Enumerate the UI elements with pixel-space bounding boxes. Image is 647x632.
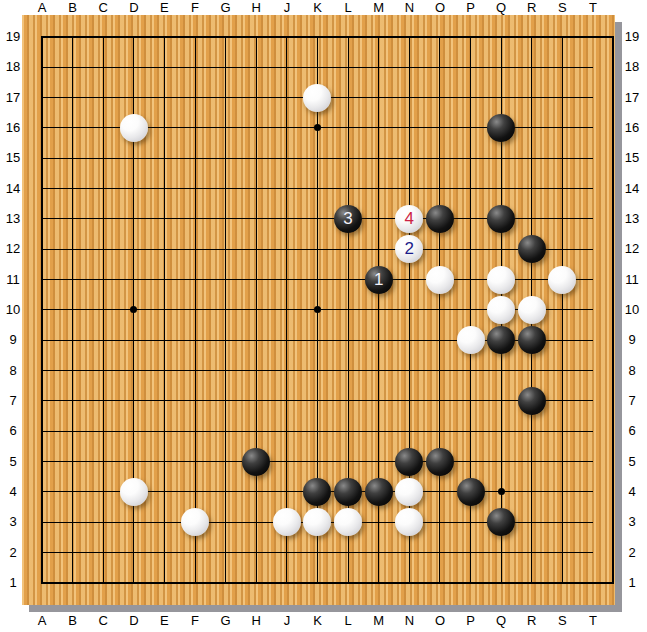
point-S1[interactable] (547, 568, 578, 598)
stone-white-N12[interactable]: 2 (395, 235, 423, 263)
point-K1[interactable] (302, 568, 333, 598)
point-L7[interactable] (333, 386, 364, 416)
point-Q13[interactable] (486, 204, 517, 234)
point-C8[interactable] (88, 355, 119, 385)
point-C7[interactable] (88, 386, 119, 416)
point-B12[interactable] (57, 234, 88, 264)
point-M10[interactable] (363, 295, 394, 325)
point-N16[interactable] (394, 113, 425, 143)
point-N19[interactable] (394, 22, 425, 52)
point-O17[interactable] (425, 82, 456, 112)
point-H8[interactable] (241, 355, 272, 385)
point-L18[interactable] (333, 52, 364, 82)
point-F9[interactable] (180, 325, 211, 355)
point-N5[interactable] (394, 446, 425, 476)
point-N6[interactable] (394, 416, 425, 446)
stone-black-Q13[interactable] (487, 205, 515, 233)
point-M7[interactable] (363, 386, 394, 416)
point-S3[interactable] (547, 507, 578, 537)
stone-black-R9[interactable] (518, 326, 546, 354)
point-K10[interactable] (302, 295, 333, 325)
point-C15[interactable] (88, 143, 119, 173)
point-G19[interactable] (210, 22, 241, 52)
point-Q5[interactable] (486, 446, 517, 476)
point-F17[interactable] (180, 82, 211, 112)
point-K7[interactable] (302, 386, 333, 416)
point-G9[interactable] (210, 325, 241, 355)
point-H10[interactable] (241, 295, 272, 325)
point-G8[interactable] (210, 355, 241, 385)
point-Q14[interactable] (486, 173, 517, 203)
point-M15[interactable] (363, 143, 394, 173)
point-E7[interactable] (149, 386, 180, 416)
point-A14[interactable] (27, 173, 58, 203)
point-A8[interactable] (27, 355, 58, 385)
point-N13[interactable]: 4 (394, 204, 425, 234)
point-A10[interactable] (27, 295, 58, 325)
point-F2[interactable] (180, 537, 211, 567)
point-A15[interactable] (27, 143, 58, 173)
point-O14[interactable] (425, 173, 456, 203)
point-L10[interactable] (333, 295, 364, 325)
point-G14[interactable] (210, 173, 241, 203)
point-L4[interactable] (333, 477, 364, 507)
point-B8[interactable] (57, 355, 88, 385)
point-L6[interactable] (333, 416, 364, 446)
point-G6[interactable] (210, 416, 241, 446)
point-J7[interactable] (272, 386, 303, 416)
point-F5[interactable] (180, 446, 211, 476)
point-B9[interactable] (57, 325, 88, 355)
point-H13[interactable] (241, 204, 272, 234)
point-M16[interactable] (363, 113, 394, 143)
stone-white-N3[interactable] (395, 508, 423, 536)
point-B11[interactable] (57, 264, 88, 294)
point-Q15[interactable] (486, 143, 517, 173)
point-Q6[interactable] (486, 416, 517, 446)
point-T6[interactable] (578, 416, 609, 446)
stone-white-Q10[interactable] (487, 296, 515, 324)
point-A5[interactable] (27, 446, 58, 476)
point-D9[interactable] (119, 325, 150, 355)
point-M3[interactable] (363, 507, 394, 537)
point-E11[interactable] (149, 264, 180, 294)
point-Q11[interactable] (486, 264, 517, 294)
point-L15[interactable] (333, 143, 364, 173)
point-P11[interactable] (455, 264, 486, 294)
point-G1[interactable] (210, 568, 241, 598)
point-T8[interactable] (578, 355, 609, 385)
stone-white-K17[interactable] (303, 84, 331, 112)
stone-black-Q3[interactable] (487, 508, 515, 536)
point-D7[interactable] (119, 386, 150, 416)
point-P19[interactable] (455, 22, 486, 52)
point-S17[interactable] (547, 82, 578, 112)
point-P7[interactable] (455, 386, 486, 416)
point-D3[interactable] (119, 507, 150, 537)
point-D16[interactable] (119, 113, 150, 143)
point-B13[interactable] (57, 204, 88, 234)
point-Q10[interactable] (486, 295, 517, 325)
point-L2[interactable] (333, 537, 364, 567)
point-J14[interactable] (272, 173, 303, 203)
point-L14[interactable] (333, 173, 364, 203)
point-E19[interactable] (149, 22, 180, 52)
point-G11[interactable] (210, 264, 241, 294)
point-J3[interactable] (272, 507, 303, 537)
point-R19[interactable] (516, 22, 547, 52)
point-S11[interactable] (547, 264, 578, 294)
point-J2[interactable] (272, 537, 303, 567)
point-R7[interactable] (516, 386, 547, 416)
point-R6[interactable] (516, 416, 547, 446)
point-R17[interactable] (516, 82, 547, 112)
point-B2[interactable] (57, 537, 88, 567)
point-E18[interactable] (149, 52, 180, 82)
point-S14[interactable] (547, 173, 578, 203)
point-S7[interactable] (547, 386, 578, 416)
point-F14[interactable] (180, 173, 211, 203)
point-T3[interactable] (578, 507, 609, 537)
point-A18[interactable] (27, 52, 58, 82)
point-J18[interactable] (272, 52, 303, 82)
point-E10[interactable] (149, 295, 180, 325)
point-H1[interactable] (241, 568, 272, 598)
stone-black-Q9[interactable] (487, 326, 515, 354)
point-H19[interactable] (241, 22, 272, 52)
point-L16[interactable] (333, 113, 364, 143)
stone-white-L3[interactable] (334, 508, 362, 536)
point-G2[interactable] (210, 537, 241, 567)
point-S5[interactable] (547, 446, 578, 476)
stone-white-O11[interactable] (426, 266, 454, 294)
point-R4[interactable] (516, 477, 547, 507)
point-T19[interactable] (578, 22, 609, 52)
point-C4[interactable] (88, 477, 119, 507)
point-M6[interactable] (363, 416, 394, 446)
point-F12[interactable] (180, 234, 211, 264)
point-O1[interactable] (425, 568, 456, 598)
point-T13[interactable] (578, 204, 609, 234)
stone-black-K4[interactable] (303, 478, 331, 506)
point-D10[interactable] (119, 295, 150, 325)
point-R2[interactable] (516, 537, 547, 567)
point-B4[interactable] (57, 477, 88, 507)
go-board[interactable]: 3421 (22, 15, 615, 605)
point-H16[interactable] (241, 113, 272, 143)
point-N12[interactable]: 2 (394, 234, 425, 264)
point-Q8[interactable] (486, 355, 517, 385)
point-T7[interactable] (578, 386, 609, 416)
point-J1[interactable] (272, 568, 303, 598)
point-R14[interactable] (516, 173, 547, 203)
stone-black-L4[interactable] (334, 478, 362, 506)
point-N3[interactable] (394, 507, 425, 537)
stone-white-S11[interactable] (548, 266, 576, 294)
point-L9[interactable] (333, 325, 364, 355)
point-A3[interactable] (27, 507, 58, 537)
point-A11[interactable] (27, 264, 58, 294)
point-E4[interactable] (149, 477, 180, 507)
point-H6[interactable] (241, 416, 272, 446)
point-N15[interactable] (394, 143, 425, 173)
point-H5[interactable] (241, 446, 272, 476)
point-H4[interactable] (241, 477, 272, 507)
point-D19[interactable] (119, 22, 150, 52)
point-O13[interactable] (425, 204, 456, 234)
point-M1[interactable] (363, 568, 394, 598)
point-A6[interactable] (27, 416, 58, 446)
point-T15[interactable] (578, 143, 609, 173)
point-N18[interactable] (394, 52, 425, 82)
stone-white-J3[interactable] (273, 508, 301, 536)
point-B19[interactable] (57, 22, 88, 52)
point-H15[interactable] (241, 143, 272, 173)
point-C18[interactable] (88, 52, 119, 82)
point-N9[interactable] (394, 325, 425, 355)
point-B18[interactable] (57, 52, 88, 82)
point-K14[interactable] (302, 173, 333, 203)
point-G16[interactable] (210, 113, 241, 143)
point-M5[interactable] (363, 446, 394, 476)
point-N7[interactable] (394, 386, 425, 416)
point-K3[interactable] (302, 507, 333, 537)
point-Q16[interactable] (486, 113, 517, 143)
point-T17[interactable] (578, 82, 609, 112)
point-C12[interactable] (88, 234, 119, 264)
stone-black-N5[interactable] (395, 448, 423, 476)
point-E14[interactable] (149, 173, 180, 203)
point-N4[interactable] (394, 477, 425, 507)
point-P16[interactable] (455, 113, 486, 143)
point-R5[interactable] (516, 446, 547, 476)
point-S4[interactable] (547, 477, 578, 507)
point-A16[interactable] (27, 113, 58, 143)
point-O19[interactable] (425, 22, 456, 52)
point-P18[interactable] (455, 52, 486, 82)
point-T18[interactable] (578, 52, 609, 82)
point-M19[interactable] (363, 22, 394, 52)
point-K13[interactable] (302, 204, 333, 234)
point-K18[interactable] (302, 52, 333, 82)
point-L5[interactable] (333, 446, 364, 476)
point-O18[interactable] (425, 52, 456, 82)
point-M4[interactable] (363, 477, 394, 507)
point-M11[interactable]: 1 (363, 264, 394, 294)
point-R11[interactable] (516, 264, 547, 294)
point-O16[interactable] (425, 113, 456, 143)
point-L19[interactable] (333, 22, 364, 52)
point-N8[interactable] (394, 355, 425, 385)
point-P15[interactable] (455, 143, 486, 173)
point-F1[interactable] (180, 568, 211, 598)
point-M2[interactable] (363, 537, 394, 567)
point-R3[interactable] (516, 507, 547, 537)
point-A13[interactable] (27, 204, 58, 234)
point-P6[interactable] (455, 416, 486, 446)
point-S13[interactable] (547, 204, 578, 234)
point-C5[interactable] (88, 446, 119, 476)
point-S16[interactable] (547, 113, 578, 143)
stone-black-P4[interactable] (457, 478, 485, 506)
point-P13[interactable] (455, 204, 486, 234)
point-D2[interactable] (119, 537, 150, 567)
point-M13[interactable] (363, 204, 394, 234)
point-G4[interactable] (210, 477, 241, 507)
point-O2[interactable] (425, 537, 456, 567)
point-D15[interactable] (119, 143, 150, 173)
point-P3[interactable] (455, 507, 486, 537)
point-J17[interactable] (272, 82, 303, 112)
point-P2[interactable] (455, 537, 486, 567)
point-D12[interactable] (119, 234, 150, 264)
point-J5[interactable] (272, 446, 303, 476)
point-G13[interactable] (210, 204, 241, 234)
point-P10[interactable] (455, 295, 486, 325)
point-O10[interactable] (425, 295, 456, 325)
point-J10[interactable] (272, 295, 303, 325)
point-C13[interactable] (88, 204, 119, 234)
point-H11[interactable] (241, 264, 272, 294)
point-F7[interactable] (180, 386, 211, 416)
point-C19[interactable] (88, 22, 119, 52)
point-Q3[interactable] (486, 507, 517, 537)
point-R12[interactable] (516, 234, 547, 264)
point-G18[interactable] (210, 52, 241, 82)
point-K12[interactable] (302, 234, 333, 264)
point-F18[interactable] (180, 52, 211, 82)
stone-black-M4[interactable] (365, 478, 393, 506)
point-O5[interactable] (425, 446, 456, 476)
point-N1[interactable] (394, 568, 425, 598)
point-T1[interactable] (578, 568, 609, 598)
stone-black-L13[interactable]: 3 (334, 205, 362, 233)
point-A12[interactable] (27, 234, 58, 264)
point-K5[interactable] (302, 446, 333, 476)
point-S6[interactable] (547, 416, 578, 446)
point-K9[interactable] (302, 325, 333, 355)
point-T11[interactable] (578, 264, 609, 294)
point-C16[interactable] (88, 113, 119, 143)
point-F19[interactable] (180, 22, 211, 52)
point-K19[interactable] (302, 22, 333, 52)
point-H14[interactable] (241, 173, 272, 203)
point-B6[interactable] (57, 416, 88, 446)
point-N14[interactable] (394, 173, 425, 203)
point-N17[interactable] (394, 82, 425, 112)
point-O9[interactable] (425, 325, 456, 355)
point-Q2[interactable] (486, 537, 517, 567)
point-F4[interactable] (180, 477, 211, 507)
point-E1[interactable] (149, 568, 180, 598)
stone-black-H5[interactable] (242, 448, 270, 476)
point-P4[interactable] (455, 477, 486, 507)
point-E9[interactable] (149, 325, 180, 355)
point-P9[interactable] (455, 325, 486, 355)
point-K8[interactable] (302, 355, 333, 385)
point-B7[interactable] (57, 386, 88, 416)
point-L13[interactable]: 3 (333, 204, 364, 234)
point-A1[interactable] (27, 568, 58, 598)
point-L11[interactable] (333, 264, 364, 294)
point-O8[interactable] (425, 355, 456, 385)
point-L12[interactable] (333, 234, 364, 264)
point-B15[interactable] (57, 143, 88, 173)
point-R9[interactable] (516, 325, 547, 355)
point-F10[interactable] (180, 295, 211, 325)
point-C10[interactable] (88, 295, 119, 325)
point-P12[interactable] (455, 234, 486, 264)
point-B14[interactable] (57, 173, 88, 203)
point-S9[interactable] (547, 325, 578, 355)
point-P17[interactable] (455, 82, 486, 112)
point-A17[interactable] (27, 82, 58, 112)
stone-white-R10[interactable] (518, 296, 546, 324)
point-J8[interactable] (272, 355, 303, 385)
point-S15[interactable] (547, 143, 578, 173)
point-P1[interactable] (455, 568, 486, 598)
point-H9[interactable] (241, 325, 272, 355)
point-C1[interactable] (88, 568, 119, 598)
point-P5[interactable] (455, 446, 486, 476)
point-T10[interactable] (578, 295, 609, 325)
point-M14[interactable] (363, 173, 394, 203)
point-E6[interactable] (149, 416, 180, 446)
point-S18[interactable] (547, 52, 578, 82)
stone-white-P9[interactable] (457, 326, 485, 354)
stone-black-O13[interactable] (426, 205, 454, 233)
point-B3[interactable] (57, 507, 88, 537)
point-O3[interactable] (425, 507, 456, 537)
point-B10[interactable] (57, 295, 88, 325)
point-D18[interactable] (119, 52, 150, 82)
point-N2[interactable] (394, 537, 425, 567)
point-M17[interactable] (363, 82, 394, 112)
point-Q19[interactable] (486, 22, 517, 52)
point-E17[interactable] (149, 82, 180, 112)
point-F15[interactable] (180, 143, 211, 173)
point-C3[interactable] (88, 507, 119, 537)
point-D6[interactable] (119, 416, 150, 446)
point-C14[interactable] (88, 173, 119, 203)
point-L1[interactable] (333, 568, 364, 598)
point-H17[interactable] (241, 82, 272, 112)
point-D13[interactable] (119, 204, 150, 234)
point-J9[interactable] (272, 325, 303, 355)
point-Q12[interactable] (486, 234, 517, 264)
point-A19[interactable] (27, 22, 58, 52)
point-P14[interactable] (455, 173, 486, 203)
point-B16[interactable] (57, 113, 88, 143)
point-O7[interactable] (425, 386, 456, 416)
point-S10[interactable] (547, 295, 578, 325)
point-R10[interactable] (516, 295, 547, 325)
point-J15[interactable] (272, 143, 303, 173)
point-T5[interactable] (578, 446, 609, 476)
point-F11[interactable] (180, 264, 211, 294)
point-J11[interactable] (272, 264, 303, 294)
point-H2[interactable] (241, 537, 272, 567)
point-O15[interactable] (425, 143, 456, 173)
point-E13[interactable] (149, 204, 180, 234)
stone-black-Q16[interactable] (487, 114, 515, 142)
point-Q7[interactable] (486, 386, 517, 416)
point-H12[interactable] (241, 234, 272, 264)
point-K6[interactable] (302, 416, 333, 446)
point-G15[interactable] (210, 143, 241, 173)
point-C9[interactable] (88, 325, 119, 355)
point-J16[interactable] (272, 113, 303, 143)
